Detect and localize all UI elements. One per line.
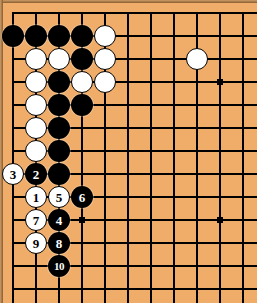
stone-black [48,117,70,139]
stone-black [2,25,24,47]
star-point [217,217,223,223]
stone-white-3: 3 [2,163,24,185]
stone-black [48,163,70,185]
stone-white [25,71,47,93]
grid-line-vertical [173,12,175,303]
stone-black-4: 4 [48,209,70,231]
move-number: 6 [79,191,86,204]
stone-white [94,71,116,93]
grid-line-vertical [242,12,244,303]
stone-black [48,71,70,93]
stone-black [48,94,70,116]
stone-black [71,94,93,116]
stone-black [71,25,93,47]
star-point [217,79,223,85]
stone-white-7: 7 [25,209,47,231]
stone-black [71,48,93,70]
board-border-top [0,0,257,3]
move-number: 2 [33,168,40,181]
stone-white [25,48,47,70]
move-number: 3 [10,168,17,181]
stone-white [48,48,70,70]
grid-line-vertical [127,12,129,303]
grid-line-vertical [150,12,152,303]
move-number: 4 [56,214,63,227]
grid-line-vertical [12,12,14,303]
stone-black-2: 2 [25,163,47,185]
stone-white-5: 5 [48,186,70,208]
board-border-left [0,0,3,303]
move-number: 10 [54,261,64,272]
stone-black [48,140,70,162]
stone-white [186,48,208,70]
go-board: 32156749810 [0,0,257,303]
stone-black [48,25,70,47]
stone-black-8: 8 [48,232,70,254]
stone-white [25,117,47,139]
stone-black-6: 6 [71,186,93,208]
grid-line-vertical [219,12,221,303]
stone-white-1: 1 [25,186,47,208]
stone-white-9: 9 [25,232,47,254]
star-point [79,217,85,223]
move-number: 1 [33,191,40,204]
stone-white [25,140,47,162]
stone-black [25,25,47,47]
grid-line-horizontal [12,288,257,290]
move-number: 5 [56,191,63,204]
move-number: 7 [33,214,40,227]
stone-white [94,48,116,70]
grid-line-horizontal [12,12,257,14]
stone-white [25,94,47,116]
move-number: 9 [33,237,40,250]
stone-black-10: 10 [48,255,70,277]
stone-white [94,25,116,47]
move-number: 8 [56,237,63,250]
stone-white [71,71,93,93]
